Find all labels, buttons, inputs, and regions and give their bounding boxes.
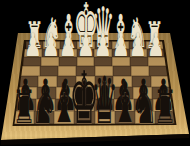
pieces-layer: ♜♞♝♛♚♝♞♜♟♟♟♟♟♟♟♟♟♟♟♟♟♟♟♟♜♞♝♛♚♝♞♜ — [0, 0, 190, 146]
white-bishop-c1: ♝ — [109, 8, 133, 55]
black-bishop-f8: ♝ — [50, 75, 78, 131]
white-pawn-b2: ♟ — [128, 29, 148, 61]
white-pawn-a2: ♟ — [146, 29, 166, 61]
white-king-e1: ♚ — [72, 0, 101, 57]
chessboard-photo: ♜♞♝♛♚♝♞♜♟♟♟♟♟♟♟♟♟♟♟♟♟♟♟♟♜♞♝♛♚♝♞♜ — [0, 0, 190, 146]
black-knight-b8: ♞ — [131, 81, 159, 131]
black-king-e8: ♚ — [68, 62, 101, 134]
white-pawn-e2: ♟ — [76, 29, 96, 61]
white-rook-h1: ♜ — [24, 17, 45, 54]
black-pawn-h7: ♟ — [13, 74, 40, 117]
white-pawn-g2: ♟ — [41, 29, 61, 61]
black-rook-h8: ♜ — [11, 84, 37, 130]
white-knight-g1: ♞ — [40, 13, 63, 54]
white-pawn-c2: ♟ — [111, 29, 131, 61]
black-pawn-g7: ♟ — [32, 74, 59, 117]
black-pawn-a7: ♟ — [150, 74, 177, 117]
white-rook-a1: ♜ — [144, 17, 165, 54]
white-bishop-f1: ♝ — [57, 8, 81, 55]
black-queen-d8: ♛ — [89, 68, 120, 133]
black-pawn-c7: ♟ — [111, 74, 138, 117]
black-pawn-b7: ♟ — [130, 74, 157, 117]
black-pawn-f7: ♟ — [52, 74, 79, 117]
black-pawn-e7: ♟ — [71, 74, 98, 117]
white-pawn-h2: ♟ — [23, 29, 43, 61]
black-knight-g8: ♞ — [30, 81, 58, 131]
white-pawn-d2: ♟ — [93, 29, 113, 61]
black-bishop-c8: ♝ — [111, 75, 139, 131]
white-pawn-f2: ♟ — [58, 29, 78, 61]
black-pawn-d7: ♟ — [91, 74, 118, 117]
white-queen-d1: ♛ — [90, 0, 116, 56]
white-knight-b1: ♞ — [126, 13, 149, 54]
black-rook-a8: ♜ — [152, 84, 178, 130]
